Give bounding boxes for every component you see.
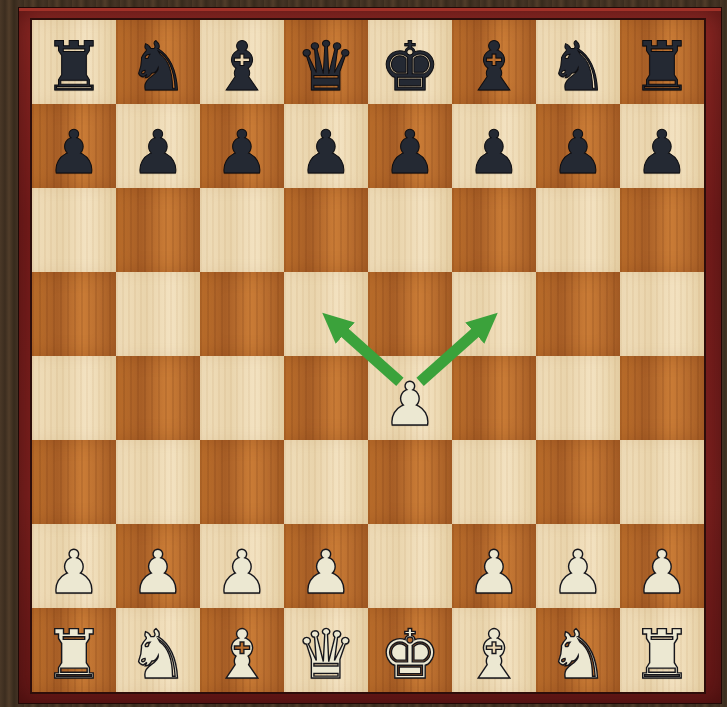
piece-black-pawn-d7[interactable]: ♟ bbox=[299, 122, 353, 188]
square-b6[interactable] bbox=[116, 188, 200, 272]
piece-black-knight-b8[interactable]: ♞ bbox=[128, 33, 189, 104]
square-f8[interactable]: ♝ bbox=[452, 20, 536, 104]
square-g7[interactable]: ♟ bbox=[536, 104, 620, 188]
square-g3[interactable] bbox=[536, 440, 620, 524]
square-a4[interactable] bbox=[32, 356, 116, 440]
piece-black-knight-g8[interactable]: ♞ bbox=[548, 33, 609, 104]
piece-black-pawn-g7[interactable]: ♟ bbox=[551, 122, 605, 188]
square-b7[interactable]: ♟ bbox=[116, 104, 200, 188]
square-e7[interactable]: ♟ bbox=[368, 104, 452, 188]
square-h6[interactable] bbox=[620, 188, 704, 272]
square-e8[interactable]: ♚ bbox=[368, 20, 452, 104]
square-b3[interactable] bbox=[116, 440, 200, 524]
square-c2[interactable]: ♟ bbox=[200, 524, 284, 608]
square-c5[interactable] bbox=[200, 272, 284, 356]
piece-black-king-e8[interactable]: ♚ bbox=[380, 33, 441, 104]
square-d7[interactable]: ♟ bbox=[284, 104, 368, 188]
square-c6[interactable] bbox=[200, 188, 284, 272]
piece-black-queen-d8[interactable]: ♛ bbox=[296, 33, 357, 104]
square-f3[interactable] bbox=[452, 440, 536, 524]
piece-white-pawn-f2[interactable]: ♟ bbox=[467, 542, 521, 608]
square-a6[interactable] bbox=[32, 188, 116, 272]
square-c3[interactable] bbox=[200, 440, 284, 524]
piece-black-pawn-b7[interactable]: ♟ bbox=[131, 122, 185, 188]
square-h3[interactable] bbox=[620, 440, 704, 524]
square-a8[interactable]: ♜ bbox=[32, 20, 116, 104]
square-h2[interactable]: ♟ bbox=[620, 524, 704, 608]
square-b2[interactable]: ♟ bbox=[116, 524, 200, 608]
piece-white-pawn-d2[interactable]: ♟ bbox=[299, 542, 353, 608]
piece-black-pawn-a7[interactable]: ♟ bbox=[47, 122, 101, 188]
square-d8[interactable]: ♛ bbox=[284, 20, 368, 104]
piece-white-pawn-a2[interactable]: ♟ bbox=[47, 542, 101, 608]
square-g8[interactable]: ♞ bbox=[536, 20, 620, 104]
piece-white-pawn-e4[interactable]: ♟ bbox=[383, 374, 437, 440]
square-g1[interactable]: ♞ bbox=[536, 608, 620, 692]
square-b8[interactable]: ♞ bbox=[116, 20, 200, 104]
square-a3[interactable] bbox=[32, 440, 116, 524]
piece-black-pawn-c7[interactable]: ♟ bbox=[215, 122, 269, 188]
square-d4[interactable] bbox=[284, 356, 368, 440]
piece-black-bishop-c8[interactable]: ♝ bbox=[212, 33, 273, 104]
square-a2[interactable]: ♟ bbox=[32, 524, 116, 608]
square-h1[interactable]: ♜ bbox=[620, 608, 704, 692]
square-g2[interactable]: ♟ bbox=[536, 524, 620, 608]
square-h7[interactable]: ♟ bbox=[620, 104, 704, 188]
square-a5[interactable] bbox=[32, 272, 116, 356]
piece-white-bishop-c1[interactable]: ♝ bbox=[212, 621, 273, 692]
piece-white-bishop-f1[interactable]: ♝ bbox=[464, 621, 525, 692]
square-d2[interactable]: ♟ bbox=[284, 524, 368, 608]
piece-white-knight-g1[interactable]: ♞ bbox=[548, 621, 609, 692]
piece-white-rook-h1[interactable]: ♜ bbox=[632, 621, 693, 692]
piece-white-pawn-h2[interactable]: ♟ bbox=[635, 542, 689, 608]
square-a1[interactable]: ♜ bbox=[32, 608, 116, 692]
square-f6[interactable] bbox=[452, 188, 536, 272]
square-h5[interactable] bbox=[620, 272, 704, 356]
piece-black-bishop-f8[interactable]: ♝ bbox=[464, 33, 525, 104]
square-c1[interactable]: ♝ bbox=[200, 608, 284, 692]
square-e5[interactable] bbox=[368, 272, 452, 356]
square-e2[interactable] bbox=[368, 524, 452, 608]
square-f7[interactable]: ♟ bbox=[452, 104, 536, 188]
square-d3[interactable] bbox=[284, 440, 368, 524]
piece-black-pawn-h7[interactable]: ♟ bbox=[635, 122, 689, 188]
square-e1[interactable]: ♚ bbox=[368, 608, 452, 692]
square-c4[interactable] bbox=[200, 356, 284, 440]
piece-black-pawn-e7[interactable]: ♟ bbox=[383, 122, 437, 188]
piece-white-rook-a1[interactable]: ♜ bbox=[44, 621, 105, 692]
square-h4[interactable] bbox=[620, 356, 704, 440]
piece-white-knight-b1[interactable]: ♞ bbox=[128, 621, 189, 692]
square-f1[interactable]: ♝ bbox=[452, 608, 536, 692]
chess-board: ♜♞♝♛♚♝♞♜♟♟♟♟♟♟♟♟♟♟♟♟♟♟♟♟♜♞♝♛♚♝♞♜ bbox=[30, 18, 706, 694]
square-g6[interactable] bbox=[536, 188, 620, 272]
square-e4[interactable]: ♟ bbox=[368, 356, 452, 440]
square-e6[interactable] bbox=[368, 188, 452, 272]
square-c7[interactable]: ♟ bbox=[200, 104, 284, 188]
piece-white-queen-d1[interactable]: ♛ bbox=[296, 621, 357, 692]
piece-white-pawn-g2[interactable]: ♟ bbox=[551, 542, 605, 608]
square-c8[interactable]: ♝ bbox=[200, 20, 284, 104]
square-a7[interactable]: ♟ bbox=[32, 104, 116, 188]
square-d6[interactable] bbox=[284, 188, 368, 272]
square-f5[interactable] bbox=[452, 272, 536, 356]
square-d5[interactable] bbox=[284, 272, 368, 356]
square-h8[interactable]: ♜ bbox=[620, 20, 704, 104]
square-e3[interactable] bbox=[368, 440, 452, 524]
square-d1[interactable]: ♛ bbox=[284, 608, 368, 692]
piece-black-pawn-f7[interactable]: ♟ bbox=[467, 122, 521, 188]
piece-white-pawn-b2[interactable]: ♟ bbox=[131, 542, 185, 608]
square-b4[interactable] bbox=[116, 356, 200, 440]
square-g4[interactable] bbox=[536, 356, 620, 440]
piece-white-pawn-c2[interactable]: ♟ bbox=[215, 542, 269, 608]
piece-white-king-e1[interactable]: ♚ bbox=[380, 621, 441, 692]
square-b1[interactable]: ♞ bbox=[116, 608, 200, 692]
square-f4[interactable] bbox=[452, 356, 536, 440]
piece-black-rook-a8[interactable]: ♜ bbox=[44, 33, 105, 104]
piece-black-rook-h8[interactable]: ♜ bbox=[632, 33, 693, 104]
square-f2[interactable]: ♟ bbox=[452, 524, 536, 608]
square-b5[interactable] bbox=[116, 272, 200, 356]
square-g5[interactable] bbox=[536, 272, 620, 356]
